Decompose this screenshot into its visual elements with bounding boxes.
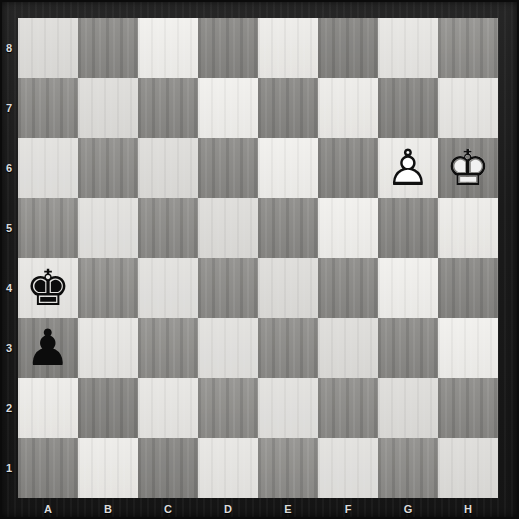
square-h5[interactable] xyxy=(438,198,498,258)
file-label-e: E xyxy=(258,498,318,519)
square-e2[interactable] xyxy=(258,378,318,438)
square-b7[interactable] xyxy=(78,78,138,138)
square-h3[interactable] xyxy=(438,318,498,378)
square-f5[interactable] xyxy=(318,198,378,258)
square-d1[interactable] xyxy=(198,438,258,498)
file-label-g: G xyxy=(378,498,438,519)
file-label-h: H xyxy=(438,498,498,519)
square-e1[interactable] xyxy=(258,438,318,498)
square-e3[interactable] xyxy=(258,318,318,378)
square-d5[interactable] xyxy=(198,198,258,258)
square-f1[interactable] xyxy=(318,438,378,498)
file-label-c: C xyxy=(138,498,198,519)
square-h1[interactable] xyxy=(438,438,498,498)
square-g7[interactable] xyxy=(378,78,438,138)
square-d3[interactable] xyxy=(198,318,258,378)
file-label-d: D xyxy=(198,498,258,519)
square-b1[interactable] xyxy=(78,438,138,498)
square-b8[interactable] xyxy=(78,18,138,78)
chess-board: ♟♙♚♔♚♟ xyxy=(18,18,498,498)
square-a7[interactable] xyxy=(18,78,78,138)
file-label-f: F xyxy=(318,498,378,519)
square-h2[interactable] xyxy=(438,378,498,438)
square-c2[interactable] xyxy=(138,378,198,438)
file-label-b: B xyxy=(78,498,138,519)
square-c6[interactable] xyxy=(138,138,198,198)
rank-label-5: 5 xyxy=(0,198,18,258)
square-b6[interactable] xyxy=(78,138,138,198)
rank-label-6: 6 xyxy=(0,138,18,198)
square-d4[interactable] xyxy=(198,258,258,318)
square-h8[interactable] xyxy=(438,18,498,78)
square-e6[interactable] xyxy=(258,138,318,198)
square-f7[interactable] xyxy=(318,78,378,138)
rank-label-7: 7 xyxy=(0,78,18,138)
square-g5[interactable] xyxy=(378,198,438,258)
square-f8[interactable] xyxy=(318,18,378,78)
square-a5[interactable] xyxy=(18,198,78,258)
square-h7[interactable] xyxy=(438,78,498,138)
square-f6[interactable] xyxy=(318,138,378,198)
square-e5[interactable] xyxy=(258,198,318,258)
square-c8[interactable] xyxy=(138,18,198,78)
square-a6[interactable] xyxy=(18,138,78,198)
chess-diagram: 87654321 ♟♙♚♔♚♟ ABCDEFGH xyxy=(0,0,519,519)
square-g6[interactable]: ♟♙ xyxy=(378,138,438,198)
square-c7[interactable] xyxy=(138,78,198,138)
rank-label-2: 2 xyxy=(0,378,18,438)
square-f2[interactable] xyxy=(318,378,378,438)
square-e4[interactable] xyxy=(258,258,318,318)
square-f4[interactable] xyxy=(318,258,378,318)
rank-labels: 87654321 xyxy=(0,18,18,498)
square-g2[interactable] xyxy=(378,378,438,438)
square-g4[interactable] xyxy=(378,258,438,318)
square-g8[interactable] xyxy=(378,18,438,78)
square-d2[interactable] xyxy=(198,378,258,438)
square-c4[interactable] xyxy=(138,258,198,318)
square-e8[interactable] xyxy=(258,18,318,78)
square-a8[interactable] xyxy=(18,18,78,78)
white-pawn: ♟♙ xyxy=(378,138,438,198)
square-c5[interactable] xyxy=(138,198,198,258)
square-g1[interactable] xyxy=(378,438,438,498)
square-b2[interactable] xyxy=(78,378,138,438)
rank-label-4: 4 xyxy=(0,258,18,318)
square-d8[interactable] xyxy=(198,18,258,78)
square-g3[interactable] xyxy=(378,318,438,378)
file-label-a: A xyxy=(18,498,78,519)
square-d7[interactable] xyxy=(198,78,258,138)
rank-label-8: 8 xyxy=(0,18,18,78)
square-f3[interactable] xyxy=(318,318,378,378)
square-a4[interactable]: ♚ xyxy=(18,258,78,318)
square-h4[interactable] xyxy=(438,258,498,318)
black-king: ♚ xyxy=(18,258,78,318)
square-c1[interactable] xyxy=(138,438,198,498)
rank-label-1: 1 xyxy=(0,438,18,498)
square-b4[interactable] xyxy=(78,258,138,318)
white-king: ♚♔ xyxy=(438,138,498,198)
square-d6[interactable] xyxy=(198,138,258,198)
square-h6[interactable]: ♚♔ xyxy=(438,138,498,198)
file-labels: ABCDEFGH xyxy=(18,498,498,519)
square-a1[interactable] xyxy=(18,438,78,498)
square-b5[interactable] xyxy=(78,198,138,258)
square-c3[interactable] xyxy=(138,318,198,378)
square-a3[interactable]: ♟ xyxy=(18,318,78,378)
black-pawn: ♟ xyxy=(18,318,78,378)
square-a2[interactable] xyxy=(18,378,78,438)
square-b3[interactable] xyxy=(78,318,138,378)
rank-label-3: 3 xyxy=(0,318,18,378)
square-e7[interactable] xyxy=(258,78,318,138)
